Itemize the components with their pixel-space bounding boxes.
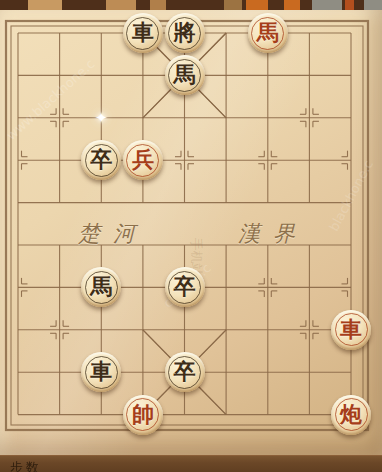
piece-glyph: 帥 [132, 403, 154, 425]
piece-red-帥[interactable]: 帥 [123, 395, 163, 435]
piece-glyph: 馬 [174, 63, 196, 85]
bottom-wood-bar: 步数 [0, 455, 382, 472]
piece-red-炮[interactable]: 炮 [331, 395, 371, 435]
piece-red-馬[interactable]: 馬 [248, 13, 288, 53]
piece-glyph: 炮 [340, 403, 362, 425]
ui-strip-segment [106, 0, 136, 10]
piece-glyph: 馬 [90, 275, 112, 297]
piece-glyph: 車 [90, 360, 112, 382]
piece-black-將[interactable]: 將 [165, 13, 205, 53]
piece-red-兵[interactable]: 兵 [123, 140, 163, 180]
top-ui-strip [0, 0, 382, 10]
piece-black-卒[interactable]: 卒 [165, 267, 205, 307]
ui-strip-segment [284, 0, 300, 10]
piece-black-馬[interactable]: 馬 [165, 55, 205, 95]
ui-strip-segment [364, 0, 382, 10]
piece-glyph: 卒 [174, 360, 196, 382]
piece-glyph: 兵 [132, 148, 154, 170]
piece-glyph: 卒 [90, 148, 112, 170]
piece-glyph: 車 [340, 318, 362, 340]
sparkle-effect: ✦ [92, 109, 110, 127]
ui-strip-segment [312, 0, 342, 10]
ui-strip-segment [246, 0, 268, 10]
piece-black-卒[interactable]: 卒 [165, 352, 205, 392]
piece-black-車[interactable]: 車 [123, 13, 163, 53]
piece-glyph: 將 [174, 21, 196, 43]
move-count-label: 步数 [10, 459, 42, 472]
piece-red-車[interactable]: 車 [331, 310, 371, 350]
xiangqi-game-screen: 楚河 漢界 www.blackhone.cckhone.cblackhone.c… [0, 0, 382, 472]
piece-glyph: 卒 [174, 275, 196, 297]
river-label-han: 漢界 [238, 219, 300, 247]
ui-strip-segment [224, 0, 242, 10]
ui-strip-segment [28, 0, 62, 10]
piece-glyph: 馬 [257, 21, 279, 43]
river-label-chu: 楚河 [78, 219, 140, 247]
ui-strip-segment [345, 0, 354, 10]
ui-strip-segment [150, 0, 166, 10]
piece-glyph: 車 [132, 21, 154, 43]
